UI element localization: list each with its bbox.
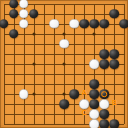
black-stone	[89, 79, 99, 89]
black-stone	[120, 19, 128, 29]
choice-label-a[interactable]: A	[81, 91, 86, 98]
black-stone	[100, 110, 110, 120]
black-stone	[100, 19, 110, 29]
choice-label-c[interactable]: C	[82, 111, 87, 118]
black-stone	[100, 59, 110, 69]
grid-line-horizontal	[4, 74, 125, 75]
hoshi-star-point	[32, 93, 35, 96]
white-stone	[89, 110, 99, 120]
white-stone	[69, 19, 79, 29]
white-stone	[19, 9, 29, 19]
black-stone	[69, 89, 79, 99]
hoshi-star-point	[63, 63, 66, 66]
black-stone	[110, 9, 120, 19]
black-stone	[79, 19, 89, 29]
hoshi-star-point	[63, 93, 66, 96]
black-stone	[89, 19, 99, 29]
black-stone	[100, 49, 110, 59]
hoshi-star-point	[63, 32, 66, 35]
choice-label-b[interactable]: B	[112, 101, 117, 108]
black-stone	[89, 89, 99, 99]
black-stone	[100, 120, 110, 128]
hoshi-star-point	[32, 32, 35, 35]
grid-line-horizontal	[4, 84, 125, 85]
hoshi-star-point	[32, 63, 35, 66]
last-move-circle-marker	[102, 91, 108, 97]
black-stone	[9, 0, 19, 8]
white-stone	[59, 39, 69, 49]
white-stone	[89, 120, 99, 128]
black-stone	[0, 19, 8, 29]
white-stone	[49, 19, 59, 29]
hoshi-star-point	[93, 32, 96, 35]
go-board[interactable]: ABC	[0, 0, 128, 128]
black-stone	[9, 9, 19, 19]
black-stone	[110, 49, 120, 59]
black-stone	[9, 29, 19, 39]
white-stone	[19, 0, 29, 8]
white-stone	[19, 89, 29, 99]
white-stone	[19, 19, 29, 29]
white-stone	[79, 100, 89, 110]
go-quiz-screenshot: ABC	[0, 0, 128, 128]
white-stone	[89, 59, 99, 69]
black-stone	[110, 120, 120, 128]
black-stone	[110, 59, 120, 69]
black-stone	[59, 100, 69, 110]
black-stone	[89, 100, 99, 110]
black-stone	[29, 9, 39, 19]
white-stone	[100, 100, 110, 110]
